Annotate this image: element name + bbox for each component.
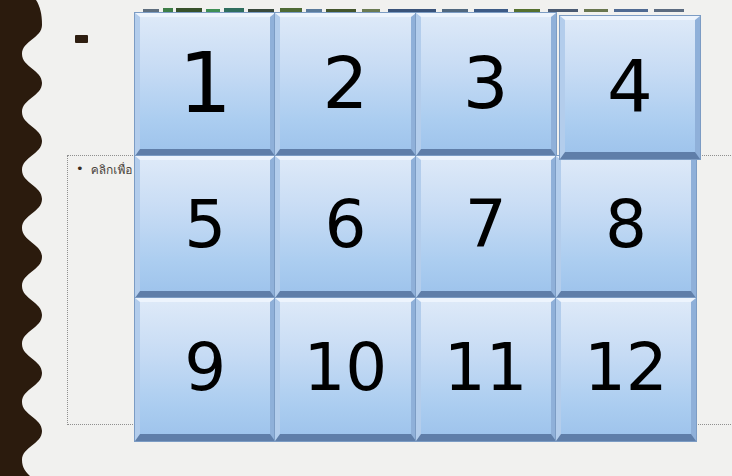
tile-6-label: 6 — [324, 192, 366, 258]
slide: • คลิกเพื่อเ 1 2 3 4 5 6 7 8 9 10 11 12 — [0, 0, 732, 476]
sidebar-wave — [0, 0, 50, 476]
fragment — [280, 8, 302, 12]
fragment — [548, 9, 578, 12]
fragment — [474, 9, 508, 12]
number-grid: 1 2 3 4 5 6 7 8 9 10 11 12 — [135, 13, 696, 441]
tile-7-label: 7 — [465, 192, 507, 258]
fragment — [143, 9, 159, 12]
tile-8[interactable]: 8 — [556, 156, 696, 299]
placeholder-bullet-line: • คลิกเพื่อเ — [76, 162, 132, 178]
tile-6[interactable]: 6 — [275, 156, 415, 299]
fragment — [206, 9, 220, 12]
tile-12[interactable]: 12 — [556, 298, 696, 441]
fragment — [514, 9, 540, 12]
fragment — [654, 9, 684, 12]
fragment — [306, 9, 322, 12]
tile-10-label: 10 — [303, 335, 387, 401]
fragment — [326, 9, 356, 12]
tile-7[interactable]: 7 — [416, 156, 556, 299]
fragment — [248, 9, 274, 12]
tile-5[interactable]: 5 — [135, 156, 275, 299]
fragment — [442, 9, 468, 12]
tile-10[interactable]: 10 — [275, 298, 415, 441]
fragment — [224, 8, 244, 12]
tile-4-label: 4 — [607, 50, 653, 122]
tile-12-label: 12 — [584, 335, 668, 401]
fragment — [614, 9, 648, 12]
fragment — [176, 8, 202, 12]
fragment — [362, 9, 380, 12]
tile-11-label: 11 — [444, 335, 528, 401]
tile-2[interactable]: 2 — [275, 13, 415, 156]
tile-9-label: 9 — [184, 335, 226, 401]
tile-9[interactable]: 9 — [135, 298, 275, 441]
title-dash — [75, 35, 88, 43]
tile-1-label: 1 — [178, 41, 231, 125]
placeholder-text: คลิกเพื่อเ — [91, 162, 132, 178]
fragment — [584, 9, 608, 12]
tile-4[interactable]: 4 — [560, 16, 700, 159]
tile-1[interactable]: 1 — [135, 13, 275, 156]
fragment — [163, 8, 173, 12]
tile-3[interactable]: 3 — [416, 13, 556, 156]
tile-3-label: 3 — [463, 47, 509, 119]
tile-8-label: 8 — [605, 192, 647, 258]
bullet-dot: • — [76, 162, 84, 176]
tile-5-label: 5 — [184, 192, 226, 258]
tile-11[interactable]: 11 — [416, 298, 556, 441]
tile-2-label: 2 — [322, 47, 368, 119]
